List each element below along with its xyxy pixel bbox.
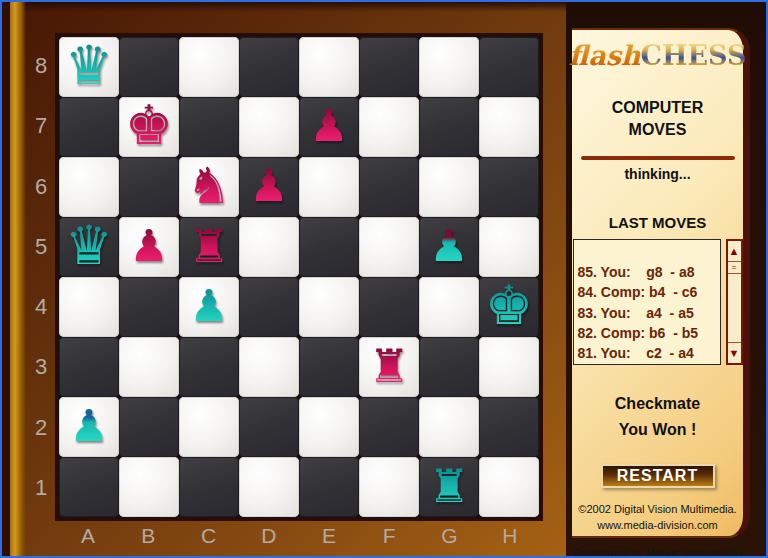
rank-label-3: 3 — [26, 337, 56, 397]
piece-comp-pawn[interactable]: ♟ — [129, 224, 168, 268]
staff-credits: Programming: Marius Smarandoiu Design: E… — [574, 546, 742, 558]
move-history-list[interactable]: 85. You: g8 - a884. Comp: b4 - c683. You… — [573, 239, 721, 365]
square-f6[interactable] — [359, 157, 419, 217]
square-h7[interactable] — [479, 97, 539, 157]
square-d8[interactable] — [239, 37, 299, 97]
square-c6[interactable]: ♞ — [179, 157, 239, 217]
computer-moves-line1: COMPUTER — [612, 97, 704, 119]
square-a3[interactable] — [59, 337, 119, 397]
square-a2[interactable]: ♟ — [59, 397, 119, 457]
piece-you-pawn[interactable]: ♟ — [189, 284, 228, 328]
square-f5[interactable] — [359, 217, 419, 277]
file-label-h: H — [480, 520, 540, 552]
scroll-up-button[interactable]: ▲ — [728, 241, 741, 262]
logo-chess-text: CHESS — [641, 40, 747, 71]
square-c4[interactable]: ♟ — [179, 277, 239, 337]
piece-you-pawn[interactable]: ♟ — [69, 404, 108, 448]
website-link[interactable]: www.media-division.com — [578, 518, 736, 534]
square-g4[interactable] — [419, 277, 479, 337]
computer-moves-line2: MOVES — [612, 119, 704, 141]
square-g3[interactable] — [419, 337, 479, 397]
file-label-d: D — [239, 520, 299, 552]
status-text: thinking... — [624, 166, 690, 182]
file-label-g: G — [420, 520, 480, 552]
square-b6[interactable] — [119, 157, 179, 217]
rank-label-7: 7 — [26, 96, 56, 156]
square-b2[interactable] — [119, 397, 179, 457]
piece-you-rook[interactable]: ♜ — [428, 463, 469, 509]
piece-comp-pawn[interactable]: ♟ — [249, 164, 288, 208]
move-history-row-2: 83. You: a4 - a5 — [578, 303, 718, 323]
piece-comp-rook[interactable]: ♜ — [188, 223, 229, 269]
square-a4[interactable] — [59, 277, 119, 337]
chess-board: ♛♚♟♞♟♛♟♜♟♟♚♜♟♜ — [58, 36, 540, 518]
square-d7[interactable] — [239, 97, 299, 157]
sidebar: flashCHESS COMPUTER MOVES thinking... LA… — [566, 2, 768, 556]
square-h8[interactable] — [479, 37, 539, 97]
thinking-progress-bar — [581, 156, 735, 160]
rank-label-1: 1 — [26, 458, 56, 518]
computer-moves-title: COMPUTER MOVES — [612, 97, 704, 140]
square-g7[interactable] — [419, 97, 479, 157]
file-label-c: C — [179, 520, 239, 552]
square-f2[interactable] — [359, 397, 419, 457]
square-g2[interactable] — [419, 397, 479, 457]
square-d6[interactable]: ♟ — [239, 157, 299, 217]
square-e2[interactable] — [299, 397, 359, 457]
app-logo: flashCHESS — [569, 40, 747, 71]
square-h1[interactable] — [479, 457, 539, 517]
thumb-grip-icon: = — [732, 263, 737, 272]
result-winner-text: You Won ! — [615, 417, 700, 443]
copyright-credits: ©2002 Digital Vision Multimedia. www.med… — [578, 502, 736, 534]
file-label-f: F — [359, 520, 419, 552]
square-b1[interactable] — [119, 457, 179, 517]
square-h2[interactable] — [479, 397, 539, 457]
rank-label-8: 8 — [26, 36, 56, 96]
square-c8[interactable] — [179, 37, 239, 97]
square-g1[interactable]: ♜ — [419, 457, 479, 517]
square-c7[interactable] — [179, 97, 239, 157]
piece-you-pawn[interactable]: ♟ — [429, 224, 468, 268]
square-h4[interactable]: ♚ — [479, 277, 539, 337]
piece-comp-rook[interactable]: ♜ — [368, 343, 409, 389]
square-e3[interactable] — [299, 337, 359, 397]
piece-comp-knight[interactable]: ♞ — [187, 161, 232, 211]
square-c3[interactable] — [179, 337, 239, 397]
square-e6[interactable] — [299, 157, 359, 217]
square-a8[interactable]: ♛ — [59, 37, 119, 97]
square-g6[interactable] — [419, 157, 479, 217]
piece-you-queen[interactable]: ♛ — [65, 219, 113, 273]
result-checkmate-text: Checkmate — [615, 391, 700, 417]
square-h6[interactable] — [479, 157, 539, 217]
last-moves-section: 85. You: g8 - a884. Comp: b4 - c683. You… — [573, 239, 743, 365]
square-c2[interactable] — [179, 397, 239, 457]
piece-you-king[interactable]: ♚ — [485, 279, 533, 333]
square-e5[interactable] — [299, 217, 359, 277]
down-arrow-icon: ▼ — [729, 347, 740, 359]
square-e7[interactable]: ♟ — [299, 97, 359, 157]
piece-comp-king[interactable]: ♚ — [125, 99, 173, 153]
rank-label-2: 2 — [26, 398, 56, 458]
square-a1[interactable] — [59, 457, 119, 517]
square-a7[interactable] — [59, 97, 119, 157]
square-b8[interactable] — [119, 37, 179, 97]
square-f3[interactable]: ♜ — [359, 337, 419, 397]
square-d1[interactable] — [239, 457, 299, 517]
piece-you-queen[interactable]: ♛ — [65, 39, 113, 93]
square-f1[interactable] — [359, 457, 419, 517]
move-history-row-1: 84. Comp: b4 - c6 — [578, 282, 718, 302]
square-b3[interactable] — [119, 337, 179, 397]
piece-comp-pawn[interactable]: ♟ — [309, 104, 348, 148]
square-f8[interactable] — [359, 37, 419, 97]
square-d5[interactable] — [239, 217, 299, 277]
square-c5[interactable]: ♜ — [179, 217, 239, 277]
rank-label-6: 6 — [26, 157, 56, 217]
square-f7[interactable] — [359, 97, 419, 157]
square-b5[interactable]: ♟ — [119, 217, 179, 277]
rank-label-5: 5 — [26, 217, 56, 277]
square-e1[interactable] — [299, 457, 359, 517]
rank-label-4: 4 — [26, 277, 56, 337]
square-h5[interactable] — [479, 217, 539, 277]
file-label-a: A — [58, 520, 118, 552]
square-b4[interactable] — [119, 277, 179, 337]
flashchess-app: ♛♚♟♞♟♛♟♜♟♟♚♜♟♜ 87654321 ABCDEFGH flashCH… — [0, 0, 768, 558]
square-d2[interactable] — [239, 397, 299, 457]
file-label-b: B — [118, 520, 178, 552]
move-history-row-3: 82. Comp: b6 - b5 — [578, 323, 718, 343]
programming-credit: Programming: Marius Smarandoiu — [574, 546, 742, 558]
restart-button[interactable]: RESTART — [601, 464, 715, 488]
square-a6[interactable] — [59, 157, 119, 217]
sidebar-panel: flashCHESS COMPUTER MOVES thinking... LA… — [572, 28, 750, 538]
move-history-row-4: 81. You: c2 - a4 — [578, 343, 718, 363]
square-d3[interactable] — [239, 337, 299, 397]
square-d4[interactable] — [239, 277, 299, 337]
copyright-line: ©2002 Digital Vision Multimedia. — [578, 502, 736, 518]
game-result: Checkmate You Won ! — [615, 391, 700, 442]
file-label-e: E — [299, 520, 359, 552]
square-e8[interactable] — [299, 37, 359, 97]
square-a5[interactable]: ♛ — [59, 217, 119, 277]
up-arrow-icon: ▲ — [729, 245, 740, 257]
scroll-down-button[interactable]: ▼ — [728, 342, 741, 363]
square-h3[interactable] — [479, 337, 539, 397]
square-c1[interactable] — [179, 457, 239, 517]
move-history-row-0: 85. You: g8 - a8 — [578, 262, 718, 282]
last-moves-title: LAST MOVES — [609, 214, 707, 231]
square-b7[interactable]: ♚ — [119, 97, 179, 157]
move-list-scrollbar[interactable]: ▲ = ▼ — [726, 239, 743, 365]
square-g5[interactable]: ♟ — [419, 217, 479, 277]
logo-flash-text: flash — [569, 40, 641, 71]
square-e4[interactable] — [299, 277, 359, 337]
square-f4[interactable] — [359, 277, 419, 337]
square-g8[interactable] — [419, 37, 479, 97]
scrollbar-thumb[interactable]: = — [728, 262, 741, 274]
